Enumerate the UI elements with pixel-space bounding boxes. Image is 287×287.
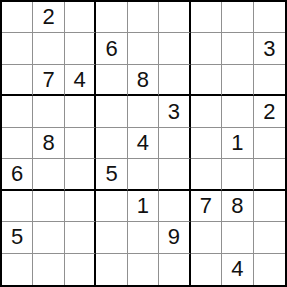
cell-r7c7[interactable]: 7 xyxy=(191,191,222,222)
cell-r8c2[interactable] xyxy=(33,222,64,253)
cell-r4c7[interactable] xyxy=(191,96,222,127)
cell-r2c8[interactable] xyxy=(222,33,253,64)
cell-r8c6[interactable]: 9 xyxy=(159,222,190,253)
given-digit: 4 xyxy=(73,69,85,91)
cell-r6c7[interactable] xyxy=(191,159,222,190)
cell-r5c2[interactable]: 8 xyxy=(33,128,64,159)
cell-r6c2[interactable] xyxy=(33,159,64,190)
cell-r1c7[interactable] xyxy=(191,2,222,33)
cell-r8c9[interactable] xyxy=(254,222,285,253)
cell-r3c5[interactable]: 8 xyxy=(128,65,159,96)
cell-r9c9[interactable] xyxy=(254,254,285,285)
given-digit: 1 xyxy=(231,132,243,154)
cell-r4c6[interactable]: 3 xyxy=(159,96,190,127)
cell-r4c2[interactable] xyxy=(33,96,64,127)
cell-r3c1[interactable] xyxy=(2,65,33,96)
cell-r3c6[interactable] xyxy=(159,65,190,96)
given-digit: 8 xyxy=(137,69,149,91)
cell-r7c6[interactable] xyxy=(159,191,190,222)
cell-r3c9[interactable] xyxy=(254,65,285,96)
given-digit: 1 xyxy=(137,195,149,217)
cell-r6c3[interactable] xyxy=(65,159,96,190)
cell-r2c2[interactable] xyxy=(33,33,64,64)
cell-r1c8[interactable] xyxy=(222,2,253,33)
cell-r8c8[interactable] xyxy=(222,222,253,253)
cell-r3c3[interactable]: 4 xyxy=(65,65,96,96)
given-digit: 4 xyxy=(137,132,149,154)
cell-r4c5[interactable] xyxy=(128,96,159,127)
cell-r9c8[interactable]: 4 xyxy=(222,254,253,285)
cell-r6c6[interactable] xyxy=(159,159,190,190)
given-digit: 2 xyxy=(263,101,275,123)
cell-r2c1[interactable] xyxy=(2,33,33,64)
cell-r6c1[interactable]: 6 xyxy=(2,159,33,190)
cell-r5c4[interactable] xyxy=(96,128,127,159)
cell-r9c2[interactable] xyxy=(33,254,64,285)
cell-r8c4[interactable] xyxy=(96,222,127,253)
cell-r1c9[interactable] xyxy=(254,2,285,33)
cell-r2c7[interactable] xyxy=(191,33,222,64)
cell-r5c1[interactable] xyxy=(2,128,33,159)
cell-r5c3[interactable] xyxy=(65,128,96,159)
cell-r5c5[interactable]: 4 xyxy=(128,128,159,159)
cell-r7c5[interactable]: 1 xyxy=(128,191,159,222)
cell-r6c4[interactable]: 5 xyxy=(96,159,127,190)
given-digit: 3 xyxy=(168,101,180,123)
cell-r3c7[interactable] xyxy=(191,65,222,96)
cell-r7c2[interactable] xyxy=(33,191,64,222)
cell-r4c3[interactable] xyxy=(65,96,96,127)
cell-r7c9[interactable] xyxy=(254,191,285,222)
cell-r5c6[interactable] xyxy=(159,128,190,159)
cell-r4c4[interactable] xyxy=(96,96,127,127)
cell-r5c8[interactable]: 1 xyxy=(222,128,253,159)
given-digit: 5 xyxy=(11,226,23,248)
cell-r8c5[interactable] xyxy=(128,222,159,253)
cell-r9c6[interactable] xyxy=(159,254,190,285)
cell-r4c9[interactable]: 2 xyxy=(254,96,285,127)
cell-r1c5[interactable] xyxy=(128,2,159,33)
given-digit: 2 xyxy=(43,6,55,28)
cell-r9c1[interactable] xyxy=(2,254,33,285)
cell-r1c3[interactable] xyxy=(65,2,96,33)
cell-r3c8[interactable] xyxy=(222,65,253,96)
sudoku-board-container: 2637483284165178594 xyxy=(0,0,287,287)
cell-r4c1[interactable] xyxy=(2,96,33,127)
cell-r2c5[interactable] xyxy=(128,33,159,64)
cell-r1c4[interactable] xyxy=(96,2,127,33)
cell-r2c4[interactable]: 6 xyxy=(96,33,127,64)
cell-r8c7[interactable] xyxy=(191,222,222,253)
cell-r1c6[interactable] xyxy=(159,2,190,33)
cell-r9c7[interactable] xyxy=(191,254,222,285)
cell-r3c2[interactable]: 7 xyxy=(33,65,64,96)
sudoku-board: 2637483284165178594 xyxy=(0,0,287,287)
given-digit: 8 xyxy=(231,195,243,217)
cell-r7c8[interactable]: 8 xyxy=(222,191,253,222)
cell-r5c9[interactable] xyxy=(254,128,285,159)
given-digit: 9 xyxy=(168,226,180,248)
cell-r6c5[interactable] xyxy=(128,159,159,190)
cell-r2c9[interactable]: 3 xyxy=(254,33,285,64)
cell-r3c4[interactable] xyxy=(96,65,127,96)
cell-r7c3[interactable] xyxy=(65,191,96,222)
given-digit: 7 xyxy=(43,69,55,91)
given-digit: 5 xyxy=(105,163,117,185)
cell-r4c8[interactable] xyxy=(222,96,253,127)
cell-r2c3[interactable] xyxy=(65,33,96,64)
cell-r6c9[interactable] xyxy=(254,159,285,190)
cell-r9c4[interactable] xyxy=(96,254,127,285)
cell-r5c7[interactable] xyxy=(191,128,222,159)
given-digit: 6 xyxy=(105,38,117,60)
cell-r2c6[interactable] xyxy=(159,33,190,64)
cell-r8c1[interactable]: 5 xyxy=(2,222,33,253)
given-digit: 7 xyxy=(200,195,212,217)
cell-r7c4[interactable] xyxy=(96,191,127,222)
cell-r9c5[interactable] xyxy=(128,254,159,285)
cell-r1c2[interactable]: 2 xyxy=(33,2,64,33)
given-digit: 6 xyxy=(11,163,23,185)
cell-r1c1[interactable] xyxy=(2,2,33,33)
given-digit: 8 xyxy=(43,132,55,154)
given-digit: 4 xyxy=(231,258,243,280)
given-digit: 3 xyxy=(263,38,275,60)
cell-r7c1[interactable] xyxy=(2,191,33,222)
cell-r9c3[interactable] xyxy=(65,254,96,285)
cell-r8c3[interactable] xyxy=(65,222,96,253)
cell-r6c8[interactable] xyxy=(222,159,253,190)
